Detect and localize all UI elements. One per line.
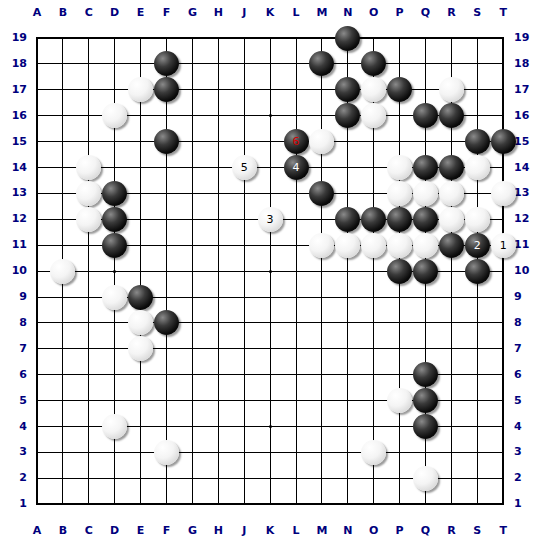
row-label-right-5: 5 (514, 394, 541, 408)
row-label-left-13: 13 (0, 186, 27, 200)
row-label-right-17: 17 (514, 83, 541, 97)
column-label-top-E: E (132, 6, 150, 20)
column-label-bottom-J: J (235, 524, 253, 538)
column-label-bottom-C: C (80, 524, 98, 538)
stone-white-t13[interactable] (491, 181, 516, 206)
column-label-top-B: B (54, 6, 72, 20)
row-label-left-19: 19 (0, 31, 27, 45)
stone-black-p17[interactable] (387, 77, 412, 102)
gridline-vertical-T (502, 37, 504, 505)
row-label-left-10: 10 (0, 264, 27, 278)
move-2-stone-black-s11[interactable]: 2 (465, 233, 490, 258)
row-label-left-6: 6 (0, 368, 27, 382)
stone-black-d13[interactable] (102, 181, 127, 206)
stone-black-r11[interactable] (439, 233, 464, 258)
gridline-horizontal-7 (36, 348, 504, 349)
column-label-bottom-A: A (28, 524, 46, 538)
stone-black-q6[interactable] (413, 362, 438, 387)
column-label-top-L: L (287, 6, 305, 20)
row-label-right-13: 13 (514, 186, 541, 200)
stone-black-p12[interactable] (387, 207, 412, 232)
stone-black-r14[interactable] (439, 155, 464, 180)
gridline-horizontal-3 (36, 452, 504, 453)
column-label-bottom-M: M (313, 524, 331, 538)
star-point-K16 (269, 114, 272, 117)
stone-white-c13[interactable] (76, 181, 101, 206)
column-label-bottom-E: E (132, 524, 150, 538)
stone-black-d12[interactable] (102, 207, 127, 232)
stone-white-p11[interactable] (387, 233, 412, 258)
stone-white-r13[interactable] (439, 181, 464, 206)
stone-black-q10[interactable] (413, 259, 438, 284)
stone-white-o16[interactable] (361, 103, 386, 128)
row-label-left-9: 9 (0, 290, 27, 304)
stone-white-c14[interactable] (76, 155, 101, 180)
row-label-left-15: 15 (0, 135, 27, 149)
column-label-bottom-N: N (339, 524, 357, 538)
stone-white-r12[interactable] (439, 207, 464, 232)
stone-white-m11[interactable] (309, 233, 334, 258)
gridline-horizontal-1 (36, 503, 504, 505)
stone-black-e9[interactable] (128, 285, 153, 310)
column-label-top-H: H (209, 6, 227, 20)
stone-black-t15[interactable] (491, 129, 516, 154)
stone-black-p10[interactable] (387, 259, 412, 284)
column-label-top-C: C (80, 6, 98, 20)
row-label-right-6: 6 (514, 368, 541, 382)
stone-white-e8[interactable] (128, 310, 153, 335)
go-board-page: AABBCCDDEEFFGGHHJJKKLLMMNNOOPPQQRRSSTT19… (0, 0, 543, 550)
move-5-stone-white-j14[interactable]: 5 (232, 155, 257, 180)
gridline-horizontal-8 (36, 322, 504, 323)
stone-white-p14[interactable] (387, 155, 412, 180)
column-label-top-G: G (183, 6, 201, 20)
column-label-top-F: F (158, 6, 176, 20)
stone-white-e17[interactable] (128, 77, 153, 102)
stone-black-n19[interactable] (335, 26, 360, 51)
column-label-top-M: M (313, 6, 331, 20)
move-3-stone-white-k12[interactable]: 3 (258, 207, 283, 232)
row-label-left-18: 18 (0, 57, 27, 71)
column-label-top-N: N (339, 6, 357, 20)
row-label-right-18: 18 (514, 57, 541, 71)
row-label-left-5: 5 (0, 394, 27, 408)
column-label-bottom-H: H (209, 524, 227, 538)
stone-black-s10[interactable] (465, 259, 490, 284)
stone-black-o18[interactable] (361, 51, 386, 76)
column-label-top-P: P (391, 6, 409, 20)
row-label-left-3: 3 (0, 445, 27, 459)
stone-white-b10[interactable] (50, 259, 75, 284)
stone-black-q12[interactable] (413, 207, 438, 232)
stone-white-d4[interactable] (102, 414, 127, 439)
stone-white-o17[interactable] (361, 77, 386, 102)
gridline-vertical-L (296, 37, 297, 505)
stone-black-m18[interactable] (309, 51, 334, 76)
column-label-bottom-P: P (391, 524, 409, 538)
star-point-K4 (269, 425, 272, 428)
column-label-top-Q: Q (417, 6, 435, 20)
row-label-right-4: 4 (514, 420, 541, 434)
stone-white-r17[interactable] (439, 77, 464, 102)
row-label-left-8: 8 (0, 316, 27, 330)
column-label-bottom-R: R (442, 524, 460, 538)
column-label-bottom-L: L (287, 524, 305, 538)
row-label-left-2: 2 (0, 471, 27, 485)
row-label-right-11: 11 (514, 238, 541, 252)
stone-black-n17[interactable] (335, 77, 360, 102)
row-label-left-7: 7 (0, 342, 27, 356)
row-label-left-4: 4 (0, 420, 27, 434)
column-label-bottom-G: G (183, 524, 201, 538)
row-label-right-15: 15 (514, 135, 541, 149)
stone-black-o12[interactable] (361, 207, 386, 232)
stone-white-o11[interactable] (361, 233, 386, 258)
column-label-bottom-D: D (106, 524, 124, 538)
row-label-left-17: 17 (0, 83, 27, 97)
stone-black-f8[interactable] (154, 310, 179, 335)
column-label-top-T: T (494, 6, 512, 20)
row-label-right-3: 3 (514, 445, 541, 459)
stone-black-q14[interactable] (413, 155, 438, 180)
stone-white-p5[interactable] (387, 388, 412, 413)
column-label-bottom-B: B (54, 524, 72, 538)
stone-black-m13[interactable] (309, 181, 334, 206)
column-label-top-K: K (261, 6, 279, 20)
stone-white-n11[interactable] (335, 233, 360, 258)
stone-black-f17[interactable] (154, 77, 179, 102)
stone-black-q5[interactable] (413, 388, 438, 413)
column-label-top-D: D (106, 6, 124, 20)
row-label-left-11: 11 (0, 238, 27, 252)
stone-white-o3[interactable] (361, 440, 386, 465)
stone-black-n12[interactable] (335, 207, 360, 232)
move-1-stone-white-t11[interactable]: 1 (491, 233, 516, 258)
stone-white-d9[interactable] (102, 285, 127, 310)
row-label-right-16: 16 (514, 109, 541, 123)
row-label-left-1: 1 (0, 497, 27, 511)
stone-white-p13[interactable] (387, 181, 412, 206)
row-label-right-2: 2 (514, 471, 541, 485)
column-label-bottom-S: S (468, 524, 486, 538)
stone-white-e7[interactable] (128, 336, 153, 361)
column-label-top-A: A (28, 6, 46, 20)
gridline-vertical-M (321, 37, 322, 505)
stone-white-q13[interactable] (413, 181, 438, 206)
star-point-D10 (113, 270, 116, 273)
stone-white-m15[interactable] (309, 129, 334, 154)
stone-white-d16[interactable] (102, 103, 127, 128)
row-label-right-1: 1 (514, 497, 541, 511)
stone-black-q4[interactable] (413, 414, 438, 439)
column-label-bottom-F: F (158, 524, 176, 538)
column-label-top-J: J (235, 6, 253, 20)
stone-white-q2[interactable] (413, 466, 438, 491)
row-label-right-7: 7 (514, 342, 541, 356)
row-label-right-8: 8 (514, 316, 541, 330)
move-4-stone-black-l14[interactable]: 4 (284, 155, 309, 180)
column-label-bottom-T: T (494, 524, 512, 538)
column-label-bottom-O: O (365, 524, 383, 538)
column-label-bottom-K: K (261, 524, 279, 538)
stone-black-d11[interactable] (102, 233, 127, 258)
go-board[interactable]: AABBCCDDEEFFGGHHJJKKLLMMNNOOPPQQRRSSTT19… (0, 0, 543, 550)
stone-white-q11[interactable] (413, 233, 438, 258)
row-label-right-12: 12 (514, 212, 541, 226)
move-6-stone-black-l15[interactable]: 6 (284, 129, 309, 154)
stone-black-f18[interactable] (154, 51, 179, 76)
row-label-left-12: 12 (0, 212, 27, 226)
stone-black-s15[interactable] (465, 129, 490, 154)
row-label-left-14: 14 (0, 161, 27, 175)
star-point-K10 (269, 270, 272, 273)
stone-black-r16[interactable] (439, 103, 464, 128)
column-label-top-R: R (442, 6, 460, 20)
column-label-top-O: O (365, 6, 383, 20)
stone-black-n16[interactable] (335, 103, 360, 128)
stone-black-f15[interactable] (154, 129, 179, 154)
row-label-right-14: 14 (514, 161, 541, 175)
stone-white-s12[interactable] (465, 207, 490, 232)
stone-black-q16[interactable] (413, 103, 438, 128)
stone-white-f3[interactable] (154, 440, 179, 465)
row-label-right-10: 10 (514, 264, 541, 278)
stone-white-s14[interactable] (465, 155, 490, 180)
stone-white-c12[interactable] (76, 207, 101, 232)
row-label-left-16: 16 (0, 109, 27, 123)
row-label-right-9: 9 (514, 290, 541, 304)
row-label-right-19: 19 (514, 31, 541, 45)
column-label-top-S: S (468, 6, 486, 20)
column-label-bottom-Q: Q (417, 524, 435, 538)
